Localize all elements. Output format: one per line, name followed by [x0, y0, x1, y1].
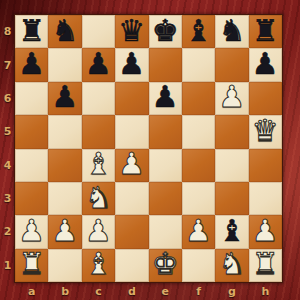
black-pawn[interactable]: ♟ — [118, 49, 145, 79]
square-d1[interactable] — [115, 249, 148, 282]
square-f4[interactable] — [182, 149, 215, 182]
black-bishop[interactable]: ♝ — [185, 16, 212, 46]
square-h3[interactable] — [249, 182, 282, 215]
square-b6[interactable]: ♟ — [48, 82, 81, 115]
black-pawn[interactable]: ♟ — [252, 49, 279, 79]
white-rook[interactable]: ♜ — [252, 249, 279, 279]
square-a8[interactable]: ♜ — [15, 15, 48, 48]
square-h7[interactable]: ♟ — [249, 48, 282, 81]
black-queen[interactable]: ♛ — [118, 16, 145, 46]
square-e8[interactable]: ♚ — [149, 15, 182, 48]
black-rook[interactable]: ♜ — [18, 16, 45, 46]
black-pawn[interactable]: ♟ — [52, 82, 79, 112]
square-a7[interactable]: ♟ — [15, 48, 48, 81]
square-c7[interactable]: ♟ — [82, 48, 115, 81]
square-a4[interactable] — [15, 149, 48, 182]
square-d2[interactable] — [115, 215, 148, 248]
white-knight[interactable]: ♞ — [218, 249, 245, 279]
square-g2[interactable]: ♝ — [215, 215, 248, 248]
square-h4[interactable] — [249, 149, 282, 182]
white-pawn[interactable]: ♟ — [218, 82, 245, 112]
square-g7[interactable] — [215, 48, 248, 81]
square-b7[interactable] — [48, 48, 81, 81]
square-c2[interactable]: ♟ — [82, 215, 115, 248]
file-label-g: g — [215, 282, 248, 300]
square-f2[interactable]: ♟ — [182, 215, 215, 248]
black-knight[interactable]: ♞ — [52, 16, 79, 46]
square-f3[interactable] — [182, 182, 215, 215]
square-b2[interactable]: ♟ — [48, 215, 81, 248]
square-b3[interactable] — [48, 182, 81, 215]
white-king[interactable]: ♚ — [152, 249, 179, 279]
square-d7[interactable]: ♟ — [115, 48, 148, 81]
file-label-h: h — [249, 282, 282, 300]
square-a2[interactable]: ♟ — [15, 215, 48, 248]
square-a5[interactable] — [15, 115, 48, 148]
square-h6[interactable] — [249, 82, 282, 115]
square-e1[interactable]: ♚ — [149, 249, 182, 282]
square-c1[interactable]: ♝ — [82, 249, 115, 282]
square-f6[interactable] — [182, 82, 215, 115]
square-g4[interactable] — [215, 149, 248, 182]
square-b5[interactable] — [48, 115, 81, 148]
square-c6[interactable] — [82, 82, 115, 115]
square-e4[interactable] — [149, 149, 182, 182]
square-e2[interactable] — [149, 215, 182, 248]
square-d4[interactable]: ♟ — [115, 149, 148, 182]
rank-label-8: 8 — [0, 15, 15, 48]
file-label-b: b — [48, 282, 81, 300]
file-labels: abcdefgh — [15, 282, 282, 300]
square-g5[interactable] — [215, 115, 248, 148]
rank-label-1: 1 — [0, 249, 15, 282]
file-label-c: c — [82, 282, 115, 300]
square-h1[interactable]: ♜ — [249, 249, 282, 282]
white-pawn[interactable]: ♟ — [52, 216, 79, 246]
square-c3[interactable]: ♞ — [82, 182, 115, 215]
square-d3[interactable] — [115, 182, 148, 215]
file-label-f: f — [182, 282, 215, 300]
white-bishop[interactable]: ♝ — [85, 249, 112, 279]
white-pawn[interactable]: ♟ — [85, 216, 112, 246]
square-f7[interactable] — [182, 48, 215, 81]
black-rook[interactable]: ♜ — [252, 16, 279, 46]
black-knight[interactable]: ♞ — [218, 16, 245, 46]
black-pawn[interactable]: ♟ — [85, 49, 112, 79]
square-e5[interactable] — [149, 115, 182, 148]
square-g3[interactable] — [215, 182, 248, 215]
square-g1[interactable]: ♞ — [215, 249, 248, 282]
rank-label-2: 2 — [0, 215, 15, 248]
square-b4[interactable] — [48, 149, 81, 182]
black-pawn[interactable]: ♟ — [18, 49, 45, 79]
square-c4[interactable]: ♝ — [82, 149, 115, 182]
square-c5[interactable] — [82, 115, 115, 148]
square-g8[interactable]: ♞ — [215, 15, 248, 48]
square-h5[interactable]: ♛ — [249, 115, 282, 148]
square-a6[interactable] — [15, 82, 48, 115]
square-f5[interactable] — [182, 115, 215, 148]
square-h2[interactable]: ♟ — [249, 215, 282, 248]
black-bishop[interactable]: ♝ — [218, 216, 245, 246]
square-f1[interactable] — [182, 249, 215, 282]
file-label-a: a — [15, 282, 48, 300]
rank-label-4: 4 — [0, 149, 15, 182]
black-king[interactable]: ♚ — [152, 16, 179, 46]
rank-labels: 87654321 — [0, 15, 15, 282]
white-bishop[interactable]: ♝ — [85, 149, 112, 179]
square-a3[interactable] — [15, 182, 48, 215]
white-pawn[interactable]: ♟ — [185, 216, 212, 246]
white-rook[interactable]: ♜ — [18, 249, 45, 279]
white-queen[interactable]: ♛ — [252, 116, 279, 146]
square-e3[interactable] — [149, 182, 182, 215]
rank-label-7: 7 — [0, 48, 15, 81]
file-label-d: d — [115, 282, 148, 300]
square-c8[interactable] — [82, 15, 115, 48]
square-f8[interactable]: ♝ — [182, 15, 215, 48]
chess-board: ♜♞♛♚♝♞♜♟♟♟♟♟♟♟♛♝♟♞♟♟♟♟♝♟♜♝♚♞♜ — [15, 15, 282, 282]
square-h8[interactable]: ♜ — [249, 15, 282, 48]
rank-label-6: 6 — [0, 82, 15, 115]
square-e6[interactable]: ♟ — [149, 82, 182, 115]
square-d5[interactable] — [115, 115, 148, 148]
white-knight[interactable]: ♞ — [85, 183, 112, 213]
black-pawn[interactable]: ♟ — [152, 82, 179, 112]
square-b1[interactable] — [48, 249, 81, 282]
file-label-e: e — [149, 282, 182, 300]
white-pawn[interactable]: ♟ — [252, 216, 279, 246]
chess-diagram: 87654321 abcdefgh ♜♞♛♚♝♞♜♟♟♟♟♟♟♟♛♝♟♞♟♟♟♟… — [0, 0, 300, 300]
square-b8[interactable]: ♞ — [48, 15, 81, 48]
rank-label-5: 5 — [0, 115, 15, 148]
white-pawn[interactable]: ♟ — [118, 149, 145, 179]
square-d6[interactable] — [115, 82, 148, 115]
square-d8[interactable]: ♛ — [115, 15, 148, 48]
square-a1[interactable]: ♜ — [15, 249, 48, 282]
white-pawn[interactable]: ♟ — [18, 216, 45, 246]
rank-label-3: 3 — [0, 182, 15, 215]
square-e7[interactable] — [149, 48, 182, 81]
square-g6[interactable]: ♟ — [215, 82, 248, 115]
